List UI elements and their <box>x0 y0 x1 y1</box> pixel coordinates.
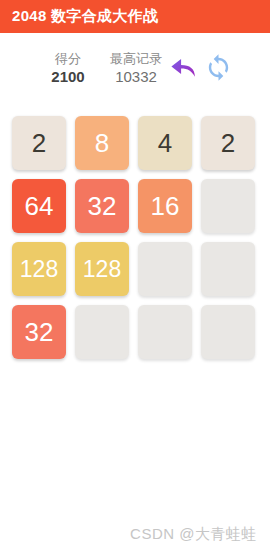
score-value: 2100 <box>38 67 98 87</box>
tile-cell: 128 <box>12 242 66 296</box>
best-score-block: 最高记录 10332 <box>103 50 169 87</box>
tile-cell: 64 <box>12 179 66 233</box>
undo-arrow-icon <box>170 55 198 79</box>
app-title: 2048 数字合成大作战 <box>12 7 158 26</box>
watermark: CSDN @大青蛙蛙 <box>130 525 257 544</box>
refresh-icon <box>204 53 233 82</box>
tile-cell: 32 <box>75 179 129 233</box>
tile-cell: 32 <box>12 305 66 359</box>
best-score-value: 10332 <box>103 67 169 87</box>
undo-button[interactable] <box>170 55 198 79</box>
tile-cell <box>201 242 255 296</box>
tile-cell <box>201 179 255 233</box>
game-board[interactable]: 2 8 4 2 64 32 16 128 128 32 <box>12 116 255 359</box>
tile-cell <box>138 305 192 359</box>
tile-cell <box>138 242 192 296</box>
tile-cell <box>75 305 129 359</box>
best-score-label: 最高记录 <box>103 50 169 67</box>
tile-cell: 8 <box>75 116 129 170</box>
scoreboard: 得分 2100 最高记录 10332 <box>0 33 270 116</box>
tile-cell: 16 <box>138 179 192 233</box>
score-label: 得分 <box>38 50 98 67</box>
refresh-button[interactable] <box>204 53 233 82</box>
tile-cell: 2 <box>201 116 255 170</box>
tile-cell <box>201 305 255 359</box>
tile-cell: 4 <box>138 116 192 170</box>
app-bar: 2048 数字合成大作战 <box>0 0 270 33</box>
tile-cell: 128 <box>75 242 129 296</box>
tile-cell: 2 <box>12 116 66 170</box>
score-block: 得分 2100 <box>38 50 98 87</box>
